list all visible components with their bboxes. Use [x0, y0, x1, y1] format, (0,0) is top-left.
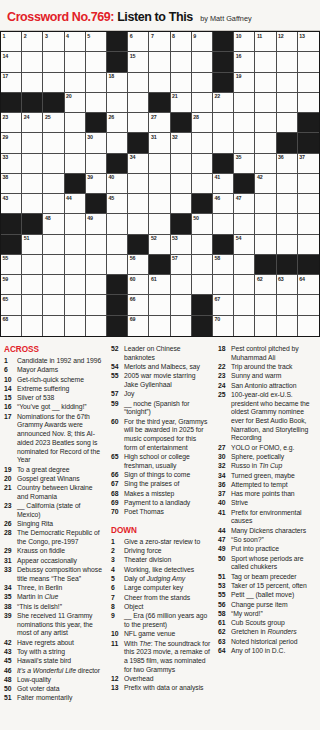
clue-number: 70: [111, 508, 124, 517]
cell-r9c15[interactable]: [298, 194, 319, 214]
cell-r5c12[interactable]: [234, 113, 255, 133]
clue-number: 54: [111, 363, 124, 372]
cell-r9c11[interactable]: 46: [213, 194, 234, 214]
cell-r15c7[interactable]: 69: [128, 316, 149, 336]
cell-r15c15[interactable]: [298, 316, 319, 336]
cell-r11c14[interactable]: [277, 235, 298, 255]
cell-r6c13[interactable]: [255, 133, 276, 153]
cell-r14c4[interactable]: [65, 295, 86, 315]
cell-r9c13[interactable]: [255, 194, 276, 214]
clue-number: 32: [218, 462, 231, 471]
cell-r8c9[interactable]: [171, 174, 192, 194]
cell-r4c6[interactable]: [107, 93, 128, 113]
cell-r6c11[interactable]: [213, 133, 234, 153]
clue-number: 57: [111, 390, 124, 399]
clue-down-32: 32Russo in Tin Cup: [218, 462, 318, 471]
cell-r14c2[interactable]: [22, 295, 43, 315]
cell-r1c12[interactable]: 10: [234, 32, 255, 52]
clue-text: Pest control pitched by Muhammad Ali: [231, 345, 318, 362]
clue-across-19: 19To a great degree: [4, 466, 104, 475]
clue-number: 4: [111, 566, 124, 575]
clue-text: Gretchen in Rounders: [231, 628, 318, 637]
cell-number-68: 68: [3, 316, 9, 322]
cell-r15c8[interactable]: [149, 316, 170, 336]
cell-r8c7[interactable]: [128, 174, 149, 194]
cell-r13c5[interactable]: [86, 275, 107, 295]
cell-r10c4[interactable]: [65, 214, 86, 234]
clue-number: 5: [111, 575, 124, 584]
cell-r14c14[interactable]: [277, 295, 298, 315]
cell-number-18: 18: [109, 73, 115, 79]
cell-r10c3[interactable]: 48: [43, 214, 64, 234]
cell-r4c5[interactable]: [86, 93, 107, 113]
cell-r3c2[interactable]: [22, 73, 43, 93]
clue-number: 41: [218, 509, 231, 526]
black-cell-r5c5: [86, 113, 107, 133]
cell-r3c13[interactable]: [255, 73, 276, 93]
cell-r3c4[interactable]: [65, 73, 86, 93]
black-cell-r4c3: [43, 93, 64, 113]
cell-r11c5[interactable]: [86, 235, 107, 255]
cell-r7c15[interactable]: 37: [298, 154, 319, 174]
cell-r5c6[interactable]: 26: [107, 113, 128, 133]
cell-number-22: 22: [215, 93, 221, 99]
cell-number-6: 6: [130, 33, 133, 39]
clue-number: 59: [111, 400, 124, 417]
cell-r10c7[interactable]: [128, 214, 149, 234]
cell-number-29: 29: [3, 134, 9, 140]
cell-r15c3[interactable]: [43, 316, 64, 336]
cell-number-59: 59: [3, 276, 9, 282]
black-cell-r12c13: [255, 255, 276, 275]
cell-r2c9[interactable]: [171, 52, 192, 72]
cell-r7c10[interactable]: [192, 154, 213, 174]
cell-r2c14[interactable]: [277, 52, 298, 72]
cell-r7c4[interactable]: [65, 154, 86, 174]
cell-r1c15[interactable]: 13: [298, 32, 319, 52]
cell-r10c14[interactable]: [277, 214, 298, 234]
cell-r14c3[interactable]: [43, 295, 64, 315]
cell-number-16: 16: [236, 53, 242, 59]
cell-r9c12[interactable]: 47: [234, 194, 255, 214]
cell-r5c1[interactable]: 23: [1, 113, 22, 133]
cell-r13c1[interactable]: 59: [1, 275, 22, 295]
clue-text: She received 11 Grammy nominations this …: [17, 612, 104, 638]
clue-text: Toy with a string: [17, 648, 104, 657]
cell-r7c1[interactable]: 33: [1, 154, 22, 174]
clue-across-46: 46It’s a Wonderful Life director: [4, 667, 104, 676]
cell-r6c5[interactable]: 30: [86, 133, 107, 153]
clue-down-30: 30Sphere, poetically: [218, 453, 318, 462]
black-cell-r5c15: [298, 113, 319, 133]
cell-r2c13[interactable]: [255, 52, 276, 72]
clue-text: It’s a Wonderful Life director: [17, 667, 104, 676]
clue-across-52: 52Leader on Chinese banknotes: [111, 345, 211, 362]
cell-number-25: 25: [45, 114, 51, 120]
cell-r10c8[interactable]: [149, 214, 170, 234]
cell-r2c10[interactable]: [192, 52, 213, 72]
clue-text: Silver of 538: [17, 394, 104, 403]
clue-down-61: 61Cub Scouts group: [218, 619, 318, 628]
clue-across-45: 45Hawaii’s state bird: [4, 657, 104, 666]
clue-across-55: 552005 war movie starring Jake Gyllenhaa…: [111, 372, 211, 389]
cell-r4c13[interactable]: [255, 93, 276, 113]
cell-r4c9[interactable]: 21: [171, 93, 192, 113]
cell-r10c10[interactable]: 50: [192, 214, 213, 234]
cell-r11c12[interactable]: 54: [234, 235, 255, 255]
clue-across-70: 70Poet Thomas: [111, 508, 211, 517]
cell-r12c12[interactable]: [234, 255, 255, 275]
cell-r11c15[interactable]: [298, 235, 319, 255]
cell-r5c14[interactable]: [277, 113, 298, 133]
clue-text: Sphere, poetically: [231, 453, 318, 462]
cell-r4c4[interactable]: 20: [65, 93, 86, 113]
clue-text: __ noche (Spanish for “tonight”): [124, 400, 211, 417]
cell-r15c1[interactable]: 68: [1, 316, 22, 336]
clue-across-39: 39She received 11 Grammy nominations thi…: [4, 612, 104, 638]
cell-r7c14[interactable]: 36: [277, 154, 298, 174]
cell-number-57: 57: [172, 255, 178, 261]
cell-r1c1[interactable]: 1: [1, 32, 22, 52]
clue-number: 6: [4, 366, 17, 375]
cell-r11c6[interactable]: [107, 235, 128, 255]
cell-number-4: 4: [66, 33, 69, 39]
cell-r3c10[interactable]: [192, 73, 213, 93]
clue-text: Taker of 15 percent, often: [231, 582, 318, 591]
clue-number: 55: [218, 591, 231, 600]
cell-r11c2[interactable]: 51: [22, 235, 43, 255]
clue-text: 2005 war movie starring Jake Gyllenhaal: [124, 372, 211, 389]
clue-across-43: 43Toy with a string: [4, 648, 104, 657]
cell-r5c7[interactable]: [128, 113, 149, 133]
cell-r4c10[interactable]: [192, 93, 213, 113]
cell-r7c13[interactable]: [255, 154, 276, 174]
cell-number-40: 40: [109, 174, 115, 180]
clue-number: 40: [218, 499, 231, 508]
cell-r12c10[interactable]: [192, 255, 213, 275]
clue-down-64: 64Any of 100 in D.C.: [218, 647, 318, 656]
cell-r7c9[interactable]: [171, 154, 192, 174]
cell-r1c7[interactable]: 6: [128, 32, 149, 52]
cell-r6c8[interactable]: 31: [149, 133, 170, 153]
cell-r1c2[interactable]: 2: [22, 32, 43, 52]
cell-r7c5[interactable]: [86, 154, 107, 174]
cell-r5c8[interactable]: 27: [149, 113, 170, 133]
cell-r11c13[interactable]: [255, 235, 276, 255]
clue-down-2: 2Driving force: [111, 547, 211, 556]
cell-r8c6[interactable]: 40: [107, 174, 128, 194]
cell-r13c11[interactable]: [213, 275, 234, 295]
cell-r4c11[interactable]: 22: [213, 93, 234, 113]
clue-number: 65: [111, 453, 124, 470]
cell-r12c6[interactable]: [107, 255, 128, 275]
clue-text: “So soon?”: [231, 536, 318, 545]
cell-r6c6[interactable]: [107, 133, 128, 153]
clue-down-40: 40Strive: [218, 499, 318, 508]
cell-r9c6[interactable]: 45: [107, 194, 128, 214]
cell-r10c12[interactable]: [234, 214, 255, 234]
cell-number-2: 2: [24, 33, 27, 39]
cell-r15c9[interactable]: [171, 316, 192, 336]
cell-r8c1[interactable]: 38: [1, 174, 22, 194]
cell-r1c14[interactable]: 12: [277, 32, 298, 52]
clue-text: High school or college freshman, usually: [124, 453, 211, 470]
cell-r9c3[interactable]: [43, 194, 64, 214]
cell-r7c7[interactable]: 34: [128, 154, 149, 174]
cell-r3c6[interactable]: 18: [107, 73, 128, 93]
cell-r2c1[interactable]: 14: [1, 52, 22, 72]
clue-down-4: 4Working, like detectives: [111, 566, 211, 575]
clue-number: 44: [218, 527, 231, 536]
clue-number: 43: [4, 648, 17, 657]
clue-down-24: 24San Antonio attraction: [218, 382, 318, 391]
cell-r4c14[interactable]: [277, 93, 298, 113]
cell-r4c15[interactable]: [298, 93, 319, 113]
clue-number: 56: [218, 601, 231, 610]
cell-r2c12[interactable]: 16: [234, 52, 255, 72]
cell-r3c1[interactable]: 17: [1, 73, 22, 93]
clue-down-55: 55Petit __ (ballet move): [218, 591, 318, 600]
clue-text: Makes a misstep: [124, 490, 211, 499]
cell-number-12: 12: [278, 33, 284, 39]
cell-r13c7[interactable]: 60: [128, 275, 149, 295]
clue-number: 63: [218, 638, 231, 647]
cell-r12c3[interactable]: [43, 255, 64, 275]
clue-number: 37: [218, 490, 231, 499]
cell-r11c3[interactable]: [43, 235, 64, 255]
clue-text: Krauss on fiddle: [17, 547, 104, 556]
cell-r15c13[interactable]: [255, 316, 276, 336]
cell-r13c9[interactable]: [171, 275, 192, 295]
cell-r14c12[interactable]: [234, 295, 255, 315]
clue-text: Sign of things to come: [124, 471, 211, 480]
cell-r4c7[interactable]: [128, 93, 149, 113]
cell-r12c1[interactable]: 55: [1, 255, 22, 275]
cell-r13c14[interactable]: 63: [277, 275, 298, 295]
cell-number-53: 53: [172, 235, 178, 241]
cell-r9c7[interactable]: [128, 194, 149, 214]
cell-r3c8[interactable]: [149, 73, 170, 93]
cell-r12c11[interactable]: 58: [213, 255, 234, 275]
cell-r1c10[interactable]: 9: [192, 32, 213, 52]
cell-number-17: 17: [3, 73, 9, 79]
clue-down-36: 36Attempted to tempt: [218, 481, 318, 490]
cell-r7c8[interactable]: [149, 154, 170, 174]
cell-r12c7[interactable]: 56: [128, 255, 149, 275]
cell-r1c8[interactable]: 7: [149, 32, 170, 52]
clue-number: 11: [111, 640, 124, 675]
cell-r13c12[interactable]: [234, 275, 255, 295]
cell-r3c15[interactable]: [298, 73, 319, 93]
cell-r10c13[interactable]: [255, 214, 276, 234]
cell-r6c10[interactable]: [192, 133, 213, 153]
cell-r6c2[interactable]: [22, 133, 43, 153]
cell-r14c5[interactable]: [86, 295, 107, 315]
cell-r8c5[interactable]: 39: [86, 174, 107, 194]
cell-r3c9[interactable]: [171, 73, 192, 93]
clue-down-56: 56Change purse item: [218, 601, 318, 610]
cell-r1c5[interactable]: 5: [86, 32, 107, 52]
cell-r6c4[interactable]: [65, 133, 86, 153]
clue-number: 18: [218, 345, 231, 362]
cell-r2c3[interactable]: [43, 52, 64, 72]
cell-r5c10[interactable]: 28: [192, 113, 213, 133]
cell-r15c12[interactable]: [234, 316, 255, 336]
cell-r12c9[interactable]: 57: [171, 255, 192, 275]
cell-r11c8[interactable]: 52: [149, 235, 170, 255]
cell-r2c4[interactable]: [65, 52, 86, 72]
cell-number-14: 14: [3, 53, 9, 59]
cell-r9c1[interactable]: 43: [1, 194, 22, 214]
cell-r15c2[interactable]: [22, 316, 43, 336]
crossword-grid: 1234567891011121314151617181920212223242…: [0, 31, 320, 337]
cell-r2c8[interactable]: [149, 52, 170, 72]
cell-number-41: 41: [215, 174, 221, 180]
cell-r14c15[interactable]: [298, 295, 319, 315]
cell-number-54: 54: [236, 235, 242, 241]
clue-number: 35: [4, 593, 17, 602]
clue-across-6: 6Mayor Adams: [4, 366, 104, 375]
cell-r14c7[interactable]: 66: [128, 295, 149, 315]
cell-r11c9[interactable]: 53: [171, 235, 192, 255]
cell-r13c3[interactable]: [43, 275, 64, 295]
clue-across-14: 14Extreme suffering: [4, 385, 104, 394]
cell-r12c5[interactable]: [86, 255, 107, 275]
cell-r7c3[interactable]: [43, 154, 64, 174]
clue-number: 64: [218, 647, 231, 656]
cell-r10c15[interactable]: [298, 214, 319, 234]
cell-r11c10[interactable]: [192, 235, 213, 255]
cell-r15c14[interactable]: [277, 316, 298, 336]
black-cell-r7c6: [107, 154, 128, 174]
cell-r13c8[interactable]: 61: [149, 275, 170, 295]
clue-down-1: 1Give a zero-star review to: [111, 538, 211, 547]
cell-r7c2[interactable]: [22, 154, 43, 174]
cell-r2c5[interactable]: [86, 52, 107, 72]
cell-number-28: 28: [193, 114, 199, 120]
cell-r3c12[interactable]: 19: [234, 73, 255, 93]
cell-r15c11[interactable]: 70: [213, 316, 234, 336]
cell-r5c3[interactable]: 25: [43, 113, 64, 133]
cell-r8c3[interactable]: [43, 174, 64, 194]
cell-r9c9[interactable]: [171, 194, 192, 214]
cell-r12c4[interactable]: [65, 255, 86, 275]
cell-r9c4[interactable]: 44: [65, 194, 86, 214]
cell-r8c14[interactable]: [277, 174, 298, 194]
cell-r14c9[interactable]: [171, 295, 192, 315]
cell-r13c15[interactable]: 64: [298, 275, 319, 295]
cell-r5c11[interactable]: [213, 113, 234, 133]
cell-r6c9[interactable]: 32: [171, 133, 192, 153]
cell-number-24: 24: [24, 114, 30, 120]
cell-r8c15[interactable]: [298, 174, 319, 194]
cell-number-27: 27: [151, 114, 157, 120]
cell-number-36: 36: [278, 154, 284, 160]
down-clues-part1: 1Give a zero-star review to2Driving forc…: [111, 538, 211, 693]
cell-r2c7[interactable]: 15: [128, 52, 149, 72]
cell-r5c4[interactable]: [65, 113, 86, 133]
cell-r3c5[interactable]: [86, 73, 107, 93]
black-cell-r10c9: [171, 214, 192, 234]
cell-r3c7[interactable]: [128, 73, 149, 93]
cell-r12c2[interactable]: [22, 255, 43, 275]
clue-down-44: 44Many Dickens characters: [218, 527, 318, 536]
cell-r6c3[interactable]: [43, 133, 64, 153]
cell-r3c3[interactable]: [43, 73, 64, 93]
cell-r10c6[interactable]: [107, 214, 128, 234]
cell-number-69: 69: [130, 316, 136, 322]
cell-r8c11[interactable]: 41: [213, 174, 234, 194]
cell-number-31: 31: [151, 134, 157, 140]
cell-r1c3[interactable]: 3: [43, 32, 64, 52]
cell-r2c15[interactable]: [298, 52, 319, 72]
cell-r8c2[interactable]: [22, 174, 43, 194]
clue-number: 2: [111, 547, 124, 556]
cell-number-35: 35: [236, 154, 242, 160]
cell-r13c10[interactable]: [192, 275, 213, 295]
cell-r9c14[interactable]: [277, 194, 298, 214]
cell-r5c2[interactable]: 24: [22, 113, 43, 133]
cell-number-9: 9: [193, 33, 196, 39]
clue-text: Joy: [124, 390, 211, 399]
cell-r14c1[interactable]: 65: [1, 295, 22, 315]
clue-text: Got voter data: [17, 685, 104, 694]
cell-r8c13[interactable]: 42: [255, 174, 276, 194]
cell-r7c12[interactable]: 35: [234, 154, 255, 174]
cell-r1c9[interactable]: 8: [171, 32, 192, 52]
clue-across-69: 69Payment to a landlady: [111, 499, 211, 508]
cell-r14c11[interactable]: 67: [213, 295, 234, 315]
clue-across-48: 48Low-quality: [4, 676, 104, 685]
cell-r1c4[interactable]: 4: [65, 32, 86, 52]
cell-r4c12[interactable]: [234, 93, 255, 113]
cell-r14c8[interactable]: [149, 295, 170, 315]
cell-r8c8[interactable]: [149, 174, 170, 194]
cell-r13c4[interactable]: [65, 275, 86, 295]
clue-text: Have regrets about: [17, 639, 104, 648]
cell-number-48: 48: [45, 215, 51, 221]
cell-r13c13[interactable]: 62: [255, 275, 276, 295]
cell-r5c13[interactable]: [255, 113, 276, 133]
cell-r14c13[interactable]: [255, 295, 276, 315]
cell-number-15: 15: [130, 53, 136, 59]
cell-r15c4[interactable]: [65, 316, 86, 336]
cell-r1c13[interactable]: 11: [255, 32, 276, 52]
cell-r15c5[interactable]: [86, 316, 107, 336]
cell-number-52: 52: [151, 235, 157, 241]
cell-r10c11[interactable]: [213, 214, 234, 234]
cell-r3c14[interactable]: [277, 73, 298, 93]
cell-r11c4[interactable]: [65, 235, 86, 255]
cell-r2c2[interactable]: [22, 52, 43, 72]
clue-down-41: 41Prefix for environmental causes: [218, 509, 318, 526]
clue-text: Theater division: [124, 556, 211, 565]
clue-number: 9: [111, 612, 124, 629]
cell-r8c10[interactable]: [192, 174, 213, 194]
cell-r9c2[interactable]: [22, 194, 43, 214]
clue-number: 29: [4, 547, 17, 556]
cell-number-60: 60: [130, 276, 136, 282]
cell-r6c12[interactable]: [234, 133, 255, 153]
cell-r13c2[interactable]: [22, 275, 43, 295]
cell-r10c5[interactable]: 49: [86, 214, 107, 234]
cell-number-21: 21: [172, 93, 178, 99]
cell-r6c1[interactable]: 29: [1, 133, 22, 153]
clue-number: 47: [218, 536, 231, 545]
cell-r9c8[interactable]: [149, 194, 170, 214]
clue-across-35: 35Martin in Clue: [4, 593, 104, 602]
clue-across-59: 59__ noche (Spanish for “tonight”): [111, 400, 211, 417]
